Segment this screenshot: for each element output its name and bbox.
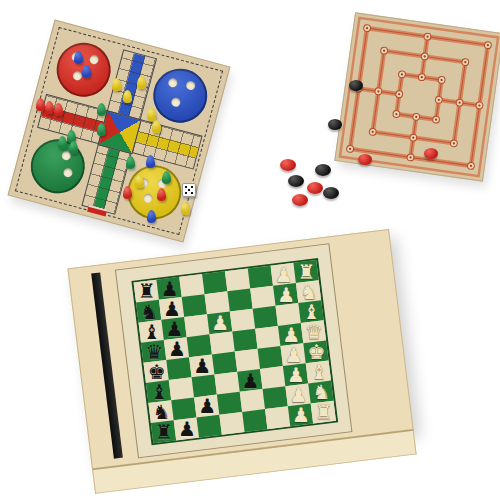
peg-hole (62, 167, 73, 178)
ludo-peg-yellow (135, 175, 144, 188)
ludo-peg-blue (147, 210, 156, 223)
square-h2: ♟ (288, 403, 313, 426)
chess-piece-bp: ♟ (198, 396, 216, 416)
checkers-disc-red (307, 182, 323, 194)
ludo-arm-right (132, 119, 203, 169)
ludo-peg-green (97, 103, 106, 116)
chess-board-card: ♜♟♟♜ ♞♟♟♞ ♝♟♟♝ ♛♟♟♛ ♚♟♟♚ ♝♟♟♝ ♞♟♟♞ ♜♟♟♜ (115, 243, 353, 458)
ludo-peg-red (45, 101, 54, 114)
chess-piece-wp: ♟ (289, 385, 307, 405)
square-h8: ♜ (151, 420, 176, 443)
chess-piece-wp: ♟ (292, 405, 310, 425)
ludo-peg-yellow (152, 120, 161, 133)
ludo-peg-yellow (181, 202, 190, 215)
chess-piece-wr: ♜ (314, 402, 332, 422)
ludo-peg-yellow (137, 76, 146, 89)
checkers-disc-black (323, 187, 339, 199)
chess-piece-wp: ♟ (287, 365, 305, 385)
chess-piece-wn: ♞ (312, 382, 330, 402)
chess-piece-wp: ♟ (277, 284, 295, 304)
chess-piece-br: ♜ (137, 281, 155, 301)
ludo-peg-blue (74, 51, 83, 64)
chess-piece-wp: ♟ (284, 345, 302, 365)
chess-piece-bp: ♟ (160, 278, 178, 298)
peg-hole (143, 193, 154, 204)
morris-stone-red (358, 154, 372, 165)
chess-piece-bb: ♝ (150, 382, 168, 402)
ludo-board (8, 20, 231, 243)
chess-board: ♜♟♟♜ ♞♟♟♞ ♝♟♟♝ ♛♟♟♛ ♚♟♟♚ ♝♟♟♝ ♞♟♟♞ ♜♟♟♜ (131, 258, 338, 445)
square-h1: ♜ (311, 401, 336, 424)
chess-piece-bp: ♟ (163, 298, 181, 318)
checkers-disc-red (280, 159, 296, 171)
ludo-peg-blue (146, 155, 155, 168)
chess-piece-bp: ♟ (168, 339, 186, 359)
ludo-lane-yellow (136, 131, 199, 158)
ludo-peg-red (157, 188, 166, 201)
peg-hole (89, 54, 100, 65)
ludo-peg-yellow (112, 78, 121, 91)
chess-piece-bp: ♟ (193, 356, 211, 376)
chess-piece-wp: ♟ (211, 313, 229, 333)
ludo-peg-green (162, 171, 171, 184)
peg-hole (170, 97, 181, 108)
square-h3 (265, 406, 290, 429)
ludo-peg-red (54, 103, 63, 116)
chess-piece-bn: ♞ (152, 402, 170, 422)
ludo-peg-red (123, 186, 132, 199)
ludo-peg-blue (82, 65, 91, 78)
ludo-lane-green (93, 148, 120, 211)
chess-piece-wn: ♞ (300, 282, 318, 302)
chess-piece-wq: ♛ (304, 322, 322, 342)
chess-box: ♜♟♟♜ ♞♟♟♞ ♝♟♟♝ ♛♟♟♛ ♚♟♟♚ ♝♟♟♝ ♞♟♟♞ ♜♟♟♜ (67, 228, 422, 494)
morris-stone-red (424, 148, 438, 159)
morris-stone-black (328, 119, 342, 130)
chess-piece-bb: ♝ (142, 321, 160, 341)
chess-box-lid: ♜♟♟♜ ♞♟♟♞ ♝♟♟♝ ♛♟♟♛ ♚♟♟♚ ♝♟♟♝ ♞♟♟♞ ♜♟♟♜ (67, 229, 413, 469)
chess-piece-br: ♜ (155, 422, 173, 442)
square-h5 (219, 412, 244, 435)
chess-piece-bp: ♟ (241, 370, 259, 390)
product-photo: ♜♟♟♜ ♞♟♟♞ ♝♟♟♝ ♛♟♟♛ ♚♟♟♚ ♝♟♟♝ ♞♟♟♞ ♜♟♟♜ (0, 0, 500, 500)
chess-piece-bq: ♛ (145, 341, 163, 361)
ludo-peg-yellow (123, 90, 132, 103)
checkers-disc-red (292, 194, 308, 206)
chess-piece-wp: ♟ (282, 325, 300, 345)
chess-piece-wb: ♝ (302, 302, 320, 322)
square-h6 (197, 415, 222, 438)
ludo-peg-green (97, 123, 106, 136)
peg-hole (167, 77, 178, 88)
chess-piece-wp: ♟ (274, 264, 292, 284)
square-h4 (242, 409, 267, 432)
ludo-peg-red (36, 98, 45, 111)
chess-piece-bk: ♚ (147, 361, 165, 381)
chess-piece-bp: ♟ (165, 318, 183, 338)
ludo-peg-green (69, 141, 78, 154)
die (182, 183, 196, 197)
chess-piece-wb: ♝ (309, 362, 327, 382)
ludo-peg-green (58, 136, 67, 149)
checkers-disc-black (315, 164, 331, 176)
peg-hole (185, 80, 196, 91)
chess-piece-bn: ♞ (140, 301, 158, 321)
morris-stone-black (349, 80, 363, 91)
chess-piece-bp: ♟ (177, 419, 195, 439)
square-h7: ♟ (174, 417, 199, 440)
chess-piece-wk: ♚ (307, 342, 325, 362)
chess-piece-wr: ♜ (297, 261, 315, 281)
ludo-peg-yellow (147, 108, 156, 121)
checkers-disc-black (288, 175, 304, 187)
ludo-peg-green (126, 156, 135, 169)
ludo-home-blue (147, 63, 213, 129)
